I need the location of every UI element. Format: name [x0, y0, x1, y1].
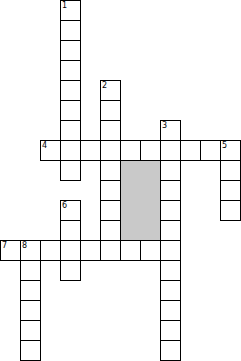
cell-r12c3[interactable] — [60, 240, 81, 261]
cell-r10c3[interactable] — [60, 200, 81, 221]
cell-r16c1[interactable] — [20, 320, 41, 341]
cell-r12c4[interactable] — [80, 240, 101, 261]
cell-r6c5[interactable] — [100, 120, 121, 141]
cell-r11c3[interactable] — [60, 220, 81, 241]
cell-r9c5[interactable] — [100, 180, 121, 201]
cell-r10c5[interactable] — [100, 200, 121, 221]
cell-r8c11[interactable] — [220, 160, 241, 181]
cell-r15c1[interactable] — [20, 300, 41, 321]
cell-r0c3[interactable] — [60, 0, 81, 21]
cell-r7c11[interactable] — [220, 140, 241, 161]
cell-r13c8[interactable] — [160, 260, 181, 281]
cell-r13c3[interactable] — [60, 260, 81, 281]
cell-r13c1[interactable] — [20, 260, 41, 281]
cell-r6c3[interactable] — [60, 120, 81, 141]
cell-r4c3[interactable] — [60, 80, 81, 101]
cell-r8c3[interactable] — [60, 160, 81, 181]
cell-r6c8[interactable] — [160, 120, 181, 141]
cell-r7c5[interactable] — [100, 140, 121, 161]
cell-r7c10[interactable] — [200, 140, 221, 161]
cell-r1c3[interactable] — [60, 20, 81, 41]
cell-r7c8[interactable] — [160, 140, 181, 161]
cell-r5c5[interactable] — [100, 100, 121, 121]
cell-r17c1[interactable] — [20, 340, 41, 361]
cell-r12c8[interactable] — [160, 240, 181, 261]
cell-r9c11[interactable] — [220, 180, 241, 201]
cell-r12c2[interactable] — [40, 240, 61, 261]
cell-r4c5[interactable] — [100, 80, 121, 101]
cell-r16c8[interactable] — [160, 320, 181, 341]
cell-r8c8[interactable] — [160, 160, 181, 181]
cell-r7c9[interactable] — [180, 140, 201, 161]
cell-r7c4[interactable] — [80, 140, 101, 161]
cell-r11c8[interactable] — [160, 220, 181, 241]
cell-r10c8[interactable] — [160, 200, 181, 221]
cell-r3c3[interactable] — [60, 60, 81, 81]
cell-r15c8[interactable] — [160, 300, 181, 321]
cell-r14c1[interactable] — [20, 280, 41, 301]
crossword-grid: 12345678 — [0, 0, 241, 361]
cell-r12c6[interactable] — [120, 240, 141, 261]
cell-r7c2[interactable] — [40, 140, 61, 161]
cell-r14c8[interactable] — [160, 280, 181, 301]
cell-r17c8[interactable] — [160, 340, 181, 361]
cell-r10c11[interactable] — [220, 200, 241, 221]
cell-r2c3[interactable] — [60, 40, 81, 61]
cell-r12c0[interactable] — [0, 240, 21, 261]
cell-r8c5[interactable] — [100, 160, 121, 181]
cell-r7c3[interactable] — [60, 140, 81, 161]
shaded-block — [120, 160, 161, 241]
cell-r12c5[interactable] — [100, 240, 121, 261]
cell-r11c5[interactable] — [100, 220, 121, 241]
cell-r12c7[interactable] — [140, 240, 161, 261]
cell-r5c3[interactable] — [60, 100, 81, 121]
cell-r9c8[interactable] — [160, 180, 181, 201]
cell-r7c7[interactable] — [140, 140, 161, 161]
cell-r7c6[interactable] — [120, 140, 141, 161]
cell-r12c1[interactable] — [20, 240, 41, 261]
